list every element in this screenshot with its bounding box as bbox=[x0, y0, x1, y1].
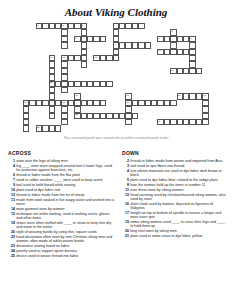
across-clues: ACROSS 1worn over the legs of viking men… bbox=[8, 150, 114, 259]
clue-number: 20 bbox=[24, 101, 27, 104]
clue-item-text: over dress worn by viking women bbox=[130, 188, 228, 192]
grid-cell[interactable] bbox=[196, 68, 202, 74]
clue-item: 9tool used to hold thread while sewing bbox=[8, 183, 114, 187]
clue-item-number: 10 bbox=[8, 188, 16, 192]
clue-item: 16short cloak used by women, depicted on… bbox=[122, 202, 228, 210]
grid-cell[interactable] bbox=[61, 42, 67, 48]
clue-item-number: 6 bbox=[8, 173, 16, 177]
clue-item-text: head decoration often worn by non-Christ… bbox=[16, 235, 114, 243]
clue-item: 13made from wool soaked in hot soapy wat… bbox=[8, 198, 114, 206]
clue-item-number: 17 bbox=[122, 211, 130, 219]
clue-number: 13 bbox=[95, 56, 98, 59]
clue-item: 20long shirt worn by viking men bbox=[122, 229, 228, 233]
clue-item-text: shoes were often stuffed with ____ or st… bbox=[16, 221, 114, 229]
down-header: DOWN bbox=[122, 150, 228, 156]
grid-cell[interactable] bbox=[202, 119, 208, 125]
grid-cell[interactable] bbox=[61, 119, 67, 125]
down-clues: DOWN 2thread or fabric made from worms a… bbox=[122, 150, 228, 239]
clue-item: 20style of weaving bands by using thin, … bbox=[8, 230, 114, 234]
clue-item: 22head decoration often worn by non-Chri… bbox=[8, 235, 114, 243]
clue-item: 6thread or fabric made from the flax pla… bbox=[8, 173, 114, 177]
clue-number: 19 bbox=[203, 94, 206, 97]
clue-item: 12thread or fabric made from the fur of … bbox=[8, 193, 114, 197]
clue-item-text: leg ____ were worn wrapped around men's … bbox=[16, 164, 114, 172]
clue-item-text: jewelry used to support apron dresses bbox=[16, 249, 114, 253]
clue-item: 4tree whose materials are used to dye fa… bbox=[122, 169, 228, 177]
clue-item-number: 2 bbox=[122, 159, 130, 163]
clue-item-text: tool used to hold thread while sewing bbox=[16, 183, 114, 187]
clue-item: 2thread or fabric made from worms and im… bbox=[122, 159, 228, 163]
grid-cell[interactable] bbox=[100, 36, 106, 42]
clue-item-number: 4 bbox=[8, 164, 16, 172]
clue-item-text: style of weaving bands by using thin, sq… bbox=[16, 230, 114, 234]
clue-number: 24 bbox=[159, 120, 162, 123]
clue-item-text: thread or fabric made from the fur of sh… bbox=[16, 193, 114, 197]
clue-item-number: 13 bbox=[8, 198, 16, 206]
clue-item: 24jewelry used to support apron dresses bbox=[8, 249, 114, 253]
clue-item-number: 11 bbox=[122, 188, 130, 192]
clue-item: 3tool used to spin fibers into thread bbox=[122, 164, 228, 168]
clue-item-text: tree whose materials are used to dye fab… bbox=[130, 169, 228, 177]
clue-number: 4 bbox=[114, 24, 115, 27]
clue-item-number: 18 bbox=[8, 221, 16, 229]
clue-item-number: 14 bbox=[8, 207, 16, 211]
clue-item-number: 25 bbox=[8, 254, 16, 258]
across-header: ACROSS bbox=[8, 150, 114, 156]
clue-item-number: 23 bbox=[8, 244, 16, 248]
clue-item-text: thread or fabric made from the flax plan… bbox=[16, 173, 114, 177]
clue-item: 18shoes were often stuffed with ____ or … bbox=[8, 221, 114, 229]
clue-number: 21 bbox=[63, 101, 66, 104]
clue-item: 19some viking women used ____ to cover t… bbox=[122, 220, 228, 228]
clue-item-number: 12 bbox=[122, 193, 130, 201]
clue-item: 1worn over the legs of viking men bbox=[8, 159, 114, 163]
grid-cell[interactable] bbox=[81, 61, 87, 67]
clue-number: 1 bbox=[37, 24, 38, 27]
clue-item-number: 15 bbox=[8, 212, 16, 220]
clue-item-text: decorative sewing found on fabric bbox=[16, 244, 114, 248]
clue-item-text: some viking women used ____ to cover the… bbox=[130, 220, 228, 228]
clue-item-number: 12 bbox=[8, 193, 16, 197]
grid-cell[interactable] bbox=[100, 100, 106, 106]
clue-number: 3 bbox=[82, 24, 83, 27]
clue-item-text: how the women held up the items in numbe… bbox=[130, 183, 228, 187]
clue-item: 17weight on top or bottom of spindle to … bbox=[122, 211, 228, 219]
clue-item: 14main garment worn by women bbox=[8, 207, 114, 211]
clue-item-number: 20 bbox=[122, 229, 130, 233]
down-list: 2thread or fabric made from worms and im… bbox=[122, 159, 228, 238]
clue-number: 15 bbox=[50, 81, 53, 84]
grid-cell[interactable] bbox=[106, 81, 112, 87]
grid-cell[interactable] bbox=[132, 113, 138, 119]
grid-cell[interactable] bbox=[61, 87, 67, 93]
page-title: About Viking Clothing bbox=[0, 6, 232, 18]
clue-number: 16 bbox=[75, 94, 78, 97]
clue-item-text: plant used in some areas to dye fabric y… bbox=[130, 234, 228, 238]
clue-item-number: 20 bbox=[8, 230, 16, 234]
clue-number: 23 bbox=[75, 113, 78, 116]
clue-number: 18 bbox=[178, 94, 181, 97]
clue-item-text: plant used to dye fabric red bbox=[16, 188, 114, 192]
clue-number: 2 bbox=[63, 24, 64, 27]
grid-cell[interactable] bbox=[23, 125, 29, 131]
clue-number: 11 bbox=[50, 56, 52, 59]
clue-item-number: 1 bbox=[8, 159, 16, 163]
clue-item: 4leg ____ were worn wrapped around men's… bbox=[8, 164, 114, 172]
clue-item-text: head covering used by christian/married … bbox=[130, 193, 228, 201]
clue-number: 17 bbox=[127, 94, 130, 97]
clue-item-text: main garment worn by women bbox=[16, 207, 114, 211]
clue-item-number: 16 bbox=[122, 202, 130, 210]
clue-item-number: 7 bbox=[8, 178, 16, 182]
grid-cell[interactable] bbox=[49, 113, 55, 119]
clue-item: 12head covering used by christian/marrie… bbox=[122, 193, 228, 201]
clue-item-text: technique not unlike knitting, used in m… bbox=[16, 212, 114, 220]
clue-item: 25device used to weave thread into fabri… bbox=[8, 254, 114, 258]
clue-number: 8 bbox=[191, 37, 192, 40]
clue-item-text: device used to weave thread into fabric bbox=[16, 254, 114, 258]
clue-item-number: 19 bbox=[122, 220, 130, 228]
clue-number: 12 bbox=[63, 56, 66, 59]
clue-item-text: used in colder weather, ____ were used t… bbox=[16, 178, 114, 182]
clue-number: 25 bbox=[37, 126, 40, 129]
clue-item: 11over dress worn by viking women bbox=[122, 188, 228, 192]
crossword-grid: 1234567891011121314151617181920212223242… bbox=[23, 23, 209, 132]
clue-item: 5plant used to dye fabric blue, related … bbox=[122, 178, 228, 182]
clue-number: 5 bbox=[171, 30, 172, 33]
clue-number: 9 bbox=[114, 43, 115, 46]
clue-item: 10plant used to dye fabric red bbox=[8, 188, 114, 192]
clue-item-text: tool used to spin fibers into thread bbox=[130, 164, 228, 168]
clue-item-number: 4 bbox=[122, 169, 130, 177]
clue-item: 23decorative sewing found on fabric bbox=[8, 244, 114, 248]
clue-number: 10 bbox=[159, 49, 162, 52]
clue-item: 21plant used in some areas to dye fabric… bbox=[122, 234, 228, 238]
clue-item-number: 8 bbox=[122, 183, 130, 187]
grid-cell[interactable] bbox=[113, 55, 119, 61]
clue-number: 7 bbox=[159, 37, 160, 40]
clue-item-number: 5 bbox=[122, 178, 130, 182]
across-list: 1worn over the legs of viking men4leg __… bbox=[8, 159, 114, 258]
grid-cell[interactable] bbox=[138, 23, 144, 29]
clue-item-number: 3 bbox=[122, 164, 130, 168]
clue-item: 15technique not unlike knitting, used in… bbox=[8, 212, 114, 220]
clue-item: 8how the women held up the items in numb… bbox=[122, 183, 228, 187]
clue-item-text: long shirt worn by viking men bbox=[130, 229, 228, 233]
clue-item-text: plant used to dye fabric blue, related t… bbox=[130, 178, 228, 182]
clue-item-number: 9 bbox=[8, 183, 16, 187]
clue-number: 6 bbox=[75, 37, 76, 40]
grid-cell[interactable] bbox=[55, 125, 61, 131]
clue-item: 7used in colder weather, ____ were used … bbox=[8, 178, 114, 182]
grid-cell[interactable] bbox=[145, 42, 151, 48]
attribution-line: This crossword puzzle was created with a… bbox=[0, 136, 232, 140]
clue-item-number: 21 bbox=[122, 234, 130, 238]
grid-cell[interactable] bbox=[125, 119, 131, 125]
clue-number: 22 bbox=[127, 101, 130, 104]
clue-item-text: made from wool soaked in hot soapy water… bbox=[16, 198, 114, 206]
clue-item-number: 22 bbox=[8, 235, 16, 243]
clue-item-text: weight on top or bottom of spindle to en… bbox=[130, 211, 228, 219]
clue-number: 14 bbox=[171, 69, 174, 72]
grid-cell[interactable] bbox=[170, 100, 176, 106]
clue-item-text: thread or fabric made from worms and imp… bbox=[130, 159, 228, 163]
clue-item-text: short cloak used by women, depicted on f… bbox=[130, 202, 228, 210]
clue-item-text: worn over the legs of viking men bbox=[16, 159, 114, 163]
